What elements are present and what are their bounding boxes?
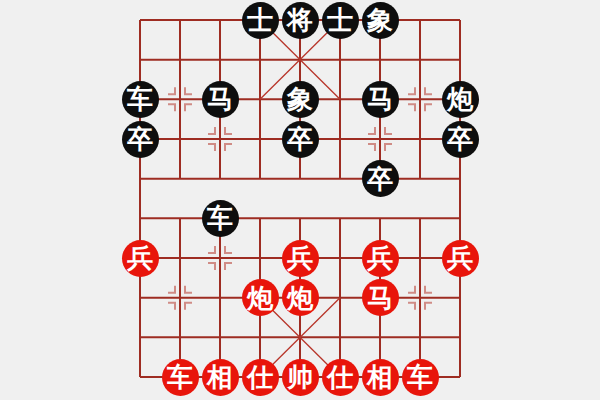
piece-black-elephant[interactable]: 象 xyxy=(362,2,399,39)
piece-red-soldier[interactable]: 兵 xyxy=(362,240,399,277)
piece-black-soldier[interactable]: 卒 xyxy=(362,160,399,197)
piece-black-horse[interactable]: 马 xyxy=(202,81,239,118)
piece-red-soldier[interactable]: 兵 xyxy=(282,240,319,277)
piece-black-general[interactable]: 将 xyxy=(282,2,319,39)
piece-black-chariot[interactable]: 车 xyxy=(202,200,239,237)
piece-red-elephant[interactable]: 相 xyxy=(362,359,399,396)
piece-black-advisor[interactable]: 士 xyxy=(322,2,359,39)
piece-red-soldier[interactable]: 兵 xyxy=(442,240,479,277)
piece-red-horse[interactable]: 马 xyxy=(362,279,399,316)
board-grid xyxy=(0,0,600,400)
piece-red-advisor[interactable]: 仕 xyxy=(242,359,279,396)
piece-black-soldier[interactable]: 卒 xyxy=(282,121,319,158)
piece-black-horse[interactable]: 马 xyxy=(362,81,399,118)
piece-black-advisor[interactable]: 士 xyxy=(242,2,279,39)
xiangqi-app: 士将士象车马象马炮卒卒卒卒车兵兵兵兵炮炮马车相仕帅仕相车 xyxy=(0,0,600,400)
piece-black-cannon[interactable]: 炮 xyxy=(442,81,479,118)
piece-red-chariot[interactable]: 车 xyxy=(162,359,199,396)
piece-red-chariot[interactable]: 车 xyxy=(402,359,439,396)
piece-black-elephant[interactable]: 象 xyxy=(282,81,319,118)
xiangqi-board: 士将士象车马象马炮卒卒卒卒车兵兵兵兵炮炮马车相仕帅仕相车 xyxy=(0,0,600,400)
piece-red-cannon[interactable]: 炮 xyxy=(282,279,319,316)
piece-red-advisor[interactable]: 仕 xyxy=(322,359,359,396)
piece-black-soldier[interactable]: 卒 xyxy=(442,121,479,158)
piece-black-soldier[interactable]: 卒 xyxy=(122,121,159,158)
piece-red-soldier[interactable]: 兵 xyxy=(122,240,159,277)
piece-red-general[interactable]: 帅 xyxy=(282,359,319,396)
piece-red-elephant[interactable]: 相 xyxy=(202,359,239,396)
piece-red-cannon[interactable]: 炮 xyxy=(242,279,279,316)
piece-black-chariot[interactable]: 车 xyxy=(122,81,159,118)
